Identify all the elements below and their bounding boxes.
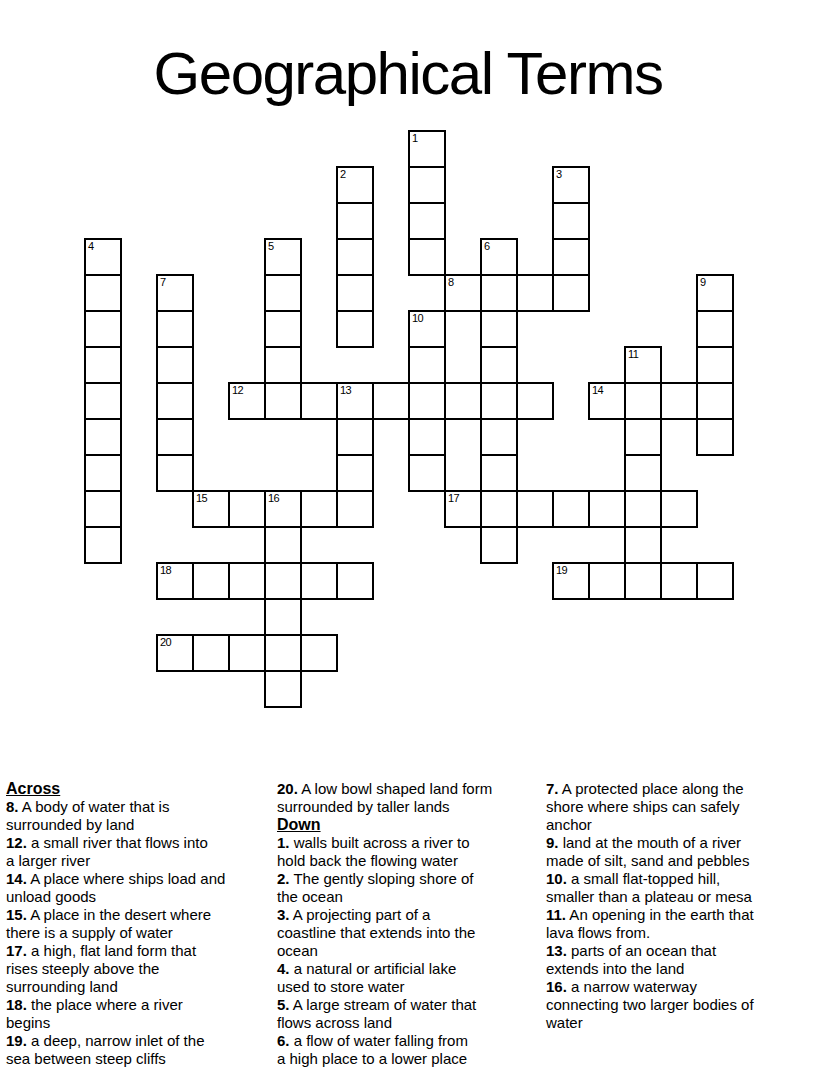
- grid-cell-r3c5[interactable]: 5: [264, 238, 302, 276]
- cell-number-15: 15: [196, 492, 207, 505]
- clues-header-across: Across: [6, 780, 272, 798]
- grid-cell-r10c15[interactable]: [624, 490, 662, 528]
- grid-cell-r10c10[interactable]: 17: [444, 490, 482, 528]
- clue-16: 16. a narrow waterway connecting two lar…: [546, 978, 812, 1032]
- cell-number-18: 18: [160, 564, 171, 577]
- grid-cell-r6c17[interactable]: [696, 346, 734, 384]
- clue-7: 7. A protected place along the shore whe…: [546, 780, 812, 834]
- grid-cell-r4c13[interactable]: [552, 274, 590, 312]
- grid-cell-r1c9[interactable]: [408, 166, 446, 204]
- cell-number-2: 2: [340, 168, 346, 181]
- cell-number-16: 16: [268, 492, 279, 505]
- grid-cell-r7c4[interactable]: 12: [228, 382, 266, 420]
- clue-2: 2. The gently sloping shore of the ocean: [277, 870, 543, 906]
- grid-cell-r14c5[interactable]: [264, 634, 302, 672]
- clue-15: 15. A place in the desert where there is…: [6, 906, 272, 942]
- grid-cell-r10c4[interactable]: [228, 490, 266, 528]
- grid-cell-r9c9[interactable]: [408, 454, 446, 492]
- grid-cell-r2c7[interactable]: [336, 202, 374, 240]
- clue-number: 5.: [277, 996, 290, 1013]
- grid-cell-r6c2[interactable]: [156, 346, 194, 384]
- clue-12: 12. a small river that flows into a larg…: [6, 834, 272, 870]
- clue-5: 5. A large stream of water that flows ac…: [277, 996, 543, 1032]
- grid-cell-r5c7[interactable]: [336, 310, 374, 348]
- grid-cell-r7c16[interactable]: [660, 382, 698, 420]
- cell-number-12: 12: [232, 384, 243, 397]
- grid-cell-r12c14[interactable]: [588, 562, 626, 600]
- grid-cell-r0c9[interactable]: 1: [408, 130, 446, 168]
- grid-cell-r7c17[interactable]: [696, 382, 734, 420]
- clue-number: 12.: [6, 834, 27, 851]
- grid-cell-r6c11[interactable]: [480, 346, 518, 384]
- grid-cell-r12c7[interactable]: [336, 562, 374, 600]
- clue-1: 1. walls built across a river to hold ba…: [277, 834, 543, 870]
- grid-cell-r8c17[interactable]: [696, 418, 734, 456]
- clue-number: 16.: [546, 978, 567, 995]
- grid-cell-r4c17[interactable]: 9: [696, 274, 734, 312]
- grid-cell-r12c3[interactable]: [192, 562, 230, 600]
- clue-number: 19.: [6, 1032, 27, 1049]
- cell-number-19: 19: [556, 564, 567, 577]
- grid-cell-r11c5[interactable]: [264, 526, 302, 564]
- grid-cell-r6c9[interactable]: [408, 346, 446, 384]
- grid-cell-r10c5[interactable]: 16: [264, 490, 302, 528]
- grid-cell-r12c15[interactable]: [624, 562, 662, 600]
- grid-cell-r12c16[interactable]: [660, 562, 698, 600]
- cell-number-14: 14: [592, 384, 603, 397]
- grid-cell-r12c17[interactable]: [696, 562, 734, 600]
- grid-cell-r14c2[interactable]: 20: [156, 634, 194, 672]
- grid-cell-r1c7[interactable]: 2: [336, 166, 374, 204]
- clue-number: 14.: [6, 870, 27, 887]
- grid-cell-r10c3[interactable]: 15: [192, 490, 230, 528]
- grid-cell-r11c0[interactable]: [84, 526, 122, 564]
- cell-number-17: 17: [448, 492, 459, 505]
- clue-number: 17.: [6, 942, 27, 959]
- clue-number: 2.: [277, 870, 290, 887]
- grid-cell-r10c13[interactable]: [552, 490, 590, 528]
- clue-9: 9. land at the mouth of a river made of …: [546, 834, 812, 870]
- clue-number: 3.: [277, 906, 290, 923]
- grid-cell-r12c13[interactable]: 19: [552, 562, 590, 600]
- grid-cell-r9c7[interactable]: [336, 454, 374, 492]
- clue-number: 6.: [277, 1032, 290, 1049]
- grid-cell-r15c5[interactable]: [264, 670, 302, 708]
- grid-cell-r8c0[interactable]: [84, 418, 122, 456]
- grid-cell-r3c0[interactable]: 4: [84, 238, 122, 276]
- grid-cell-r11c15[interactable]: [624, 526, 662, 564]
- grid-cell-r9c15[interactable]: [624, 454, 662, 492]
- grid-cell-r7c12[interactable]: [516, 382, 554, 420]
- clue-column-3: 7. A protected place along the shore whe…: [546, 780, 812, 1032]
- grid-cell-r6c0[interactable]: [84, 346, 122, 384]
- grid-cell-r7c8[interactable]: [372, 382, 410, 420]
- cell-number-13: 13: [340, 384, 351, 397]
- clue-4: 4. a natural or artificial lake used to …: [277, 960, 543, 996]
- grid-cell-r6c15[interactable]: 11: [624, 346, 662, 384]
- clue-number: 8.: [6, 798, 19, 815]
- cell-number-8: 8: [448, 276, 454, 289]
- grid-cell-r10c0[interactable]: [84, 490, 122, 528]
- clue-number: 10.: [546, 870, 567, 887]
- clue-number: 11.: [546, 906, 566, 923]
- grid-cell-r4c5[interactable]: [264, 274, 302, 312]
- clue-6: 6. a flow of water falling from a high p…: [277, 1032, 543, 1068]
- grid-cell-r5c17[interactable]: [696, 310, 734, 348]
- grid-cell-r10c16[interactable]: [660, 490, 698, 528]
- clue-18: 18. the place where a river begins: [6, 996, 272, 1032]
- cell-number-5: 5: [268, 240, 274, 253]
- grid-cell-r9c2[interactable]: [156, 454, 194, 492]
- clue-number: 20.: [277, 780, 298, 797]
- grid-cell-r10c11[interactable]: [480, 490, 518, 528]
- grid-cell-r8c2[interactable]: [156, 418, 194, 456]
- grid-cell-r9c0[interactable]: [84, 454, 122, 492]
- cell-number-6: 6: [484, 240, 490, 253]
- grid-cell-r4c2[interactable]: 7: [156, 274, 194, 312]
- grid-cell-r7c7[interactable]: 13: [336, 382, 374, 420]
- grid-cell-r8c9[interactable]: [408, 418, 446, 456]
- cell-number-20: 20: [160, 636, 171, 649]
- grid-cell-r7c9[interactable]: [408, 382, 446, 420]
- clue-number: 7.: [546, 780, 559, 797]
- grid-cell-r7c11[interactable]: [480, 382, 518, 420]
- grid-cell-r5c2[interactable]: [156, 310, 194, 348]
- cell-number-10: 10: [412, 312, 423, 325]
- cell-number-4: 4: [88, 240, 94, 253]
- grid-cell-r5c11[interactable]: [480, 310, 518, 348]
- grid-cell-r8c7[interactable]: [336, 418, 374, 456]
- grid-cell-r12c2[interactable]: 18: [156, 562, 194, 600]
- grid-cell-r3c11[interactable]: 6: [480, 238, 518, 276]
- cell-number-7: 7: [160, 276, 166, 289]
- clue-13: 13. parts of an ocean that extends into …: [546, 942, 812, 978]
- grid-cell-r3c7[interactable]: [336, 238, 374, 276]
- grid-cell-r3c13[interactable]: [552, 238, 590, 276]
- crossword-grid: 1234567891011121314151617181920: [84, 130, 734, 708]
- grid-cell-r4c0[interactable]: [84, 274, 122, 312]
- clue-17: 17. a high, flat land form that rises st…: [6, 942, 272, 996]
- cell-number-1: 1: [412, 132, 418, 145]
- clue-19: 19. a deep, narrow inlet of the sea betw…: [6, 1032, 272, 1068]
- grid-cell-r4c7[interactable]: [336, 274, 374, 312]
- grid-cell-r5c5[interactable]: [264, 310, 302, 348]
- puzzle-title: Geographical Terms: [0, 44, 816, 104]
- grid-cell-r12c5[interactable]: [264, 562, 302, 600]
- clues-header-down: Down: [277, 816, 543, 834]
- grid-cell-r7c10[interactable]: [444, 382, 482, 420]
- grid-cell-r9c11[interactable]: [480, 454, 518, 492]
- clue-number: 18.: [6, 996, 27, 1013]
- grid-cell-r14c6[interactable]: [300, 634, 338, 672]
- clue-number: 9.: [546, 834, 559, 851]
- cell-number-9: 9: [700, 276, 706, 289]
- grid-cell-r14c4[interactable]: [228, 634, 266, 672]
- grid-cell-r10c7[interactable]: [336, 490, 374, 528]
- clue-number: 1.: [277, 834, 290, 851]
- page: Geographical Terms 123456789101112131415…: [0, 0, 816, 1083]
- grid-cell-r1c13[interactable]: 3: [552, 166, 590, 204]
- grid-cell-r10c12[interactable]: [516, 490, 554, 528]
- cell-number-11: 11: [628, 348, 638, 361]
- clue-14: 14. A place where ships load and unload …: [6, 870, 272, 906]
- grid-cell-r4c10[interactable]: 8: [444, 274, 482, 312]
- grid-cell-r10c6[interactable]: [300, 490, 338, 528]
- grid-cell-r4c11[interactable]: [480, 274, 518, 312]
- clue-10: 10. a small flat-topped hill, smaller th…: [546, 870, 812, 906]
- clue-20: 20. A low bowl shaped land form surround…: [277, 780, 543, 816]
- grid-cell-r7c6[interactable]: [300, 382, 338, 420]
- grid-cell-r7c14[interactable]: 14: [588, 382, 626, 420]
- clue-number: 15.: [6, 906, 27, 923]
- clue-column-2: 20. A low bowl shaped land form surround…: [277, 780, 543, 1068]
- grid-cell-r3c9[interactable]: [408, 238, 446, 276]
- grid-cell-r2c9[interactable]: [408, 202, 446, 240]
- clue-column-1: Across8. A body of water that is surroun…: [6, 780, 272, 1068]
- grid-cell-r7c0[interactable]: [84, 382, 122, 420]
- grid-cell-r7c15[interactable]: [624, 382, 662, 420]
- grid-cell-r10c14[interactable]: [588, 490, 626, 528]
- clue-8: 8. A body of water that is surrounded by…: [6, 798, 272, 834]
- cell-number-3: 3: [556, 168, 562, 181]
- grid-cell-r7c5[interactable]: [264, 382, 302, 420]
- grid-cell-r12c4[interactable]: [228, 562, 266, 600]
- grid-cell-r5c9[interactable]: 10: [408, 310, 446, 348]
- grid-cell-r5c0[interactable]: [84, 310, 122, 348]
- grid-cell-r2c13[interactable]: [552, 202, 590, 240]
- grid-cell-r8c15[interactable]: [624, 418, 662, 456]
- clue-11: 11. An opening in the earth that lava fl…: [546, 906, 812, 942]
- clue-number: 13.: [546, 942, 567, 959]
- grid-cell-r6c5[interactable]: [264, 346, 302, 384]
- grid-cell-r8c11[interactable]: [480, 418, 518, 456]
- grid-cell-r7c2[interactable]: [156, 382, 194, 420]
- grid-cell-r11c11[interactable]: [480, 526, 518, 564]
- grid-cell-r4c12[interactable]: [516, 274, 554, 312]
- clue-3: 3. A projecting part of a coastline that…: [277, 906, 543, 960]
- grid-cell-r13c5[interactable]: [264, 598, 302, 636]
- grid-cell-r12c6[interactable]: [300, 562, 338, 600]
- clue-number: 4.: [277, 960, 290, 977]
- grid-cell-r14c3[interactable]: [192, 634, 230, 672]
